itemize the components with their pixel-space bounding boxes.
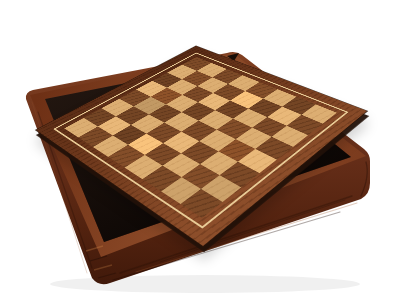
product-photo xyxy=(0,0,408,300)
board-lid xyxy=(0,0,408,300)
board-grid xyxy=(64,57,336,218)
chess-board xyxy=(36,46,367,246)
